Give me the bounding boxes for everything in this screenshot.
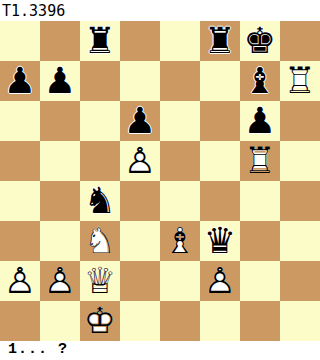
square-f8[interactable]: ♜ [200,21,240,61]
white-bishop[interactable]: ♝♗ [160,221,200,261]
square-c3[interactable]: ♞♘ [80,221,120,261]
white-pawn[interactable]: ♟♙ [200,261,240,301]
square-a5[interactable] [0,141,40,181]
black-queen[interactable]: ♛ [200,221,240,261]
square-b7[interactable]: ♟ [40,61,80,101]
square-e5[interactable] [160,141,200,181]
square-c8[interactable]: ♜ [80,21,120,61]
square-d8[interactable] [120,21,160,61]
square-a1[interactable] [0,301,40,341]
square-g4[interactable] [240,181,280,221]
square-b6[interactable] [40,101,80,141]
square-h7[interactable]: ♜♖ [280,61,320,101]
square-b8[interactable] [40,21,80,61]
square-f2[interactable]: ♟♙ [200,261,240,301]
square-c1[interactable]: ♚♔ [80,301,120,341]
square-b1[interactable] [40,301,80,341]
square-a8[interactable] [0,21,40,61]
square-a4[interactable] [0,181,40,221]
puzzle-title: T1.3396 [0,0,320,21]
black-king[interactable]: ♚ [240,21,280,61]
move-prompt: 1... ? [0,341,320,359]
square-g6[interactable]: ♟ [240,101,280,141]
square-d4[interactable] [120,181,160,221]
white-king[interactable]: ♚♔ [80,301,120,341]
square-d3[interactable] [120,221,160,261]
square-d6[interactable]: ♟ [120,101,160,141]
square-e7[interactable] [160,61,200,101]
square-c7[interactable] [80,61,120,101]
white-pawn[interactable]: ♟♙ [0,261,40,301]
white-knight[interactable]: ♞♘ [80,221,120,261]
square-h6[interactable] [280,101,320,141]
square-a2[interactable]: ♟♙ [0,261,40,301]
puzzle-window: T1.3396 ♜♜♚♟♟♝♜♖♟♟♟♙♜♖♞♞♘♝♗♛♟♙♟♙♛♕♟♙♚♔ 1… [0,0,320,360]
white-pawn[interactable]: ♟♙ [120,141,160,181]
square-h5[interactable] [280,141,320,181]
square-b2[interactable]: ♟♙ [40,261,80,301]
square-d7[interactable] [120,61,160,101]
white-rook[interactable]: ♜♖ [280,61,320,101]
black-rook[interactable]: ♜ [200,21,240,61]
chess-board: ♜♜♚♟♟♝♜♖♟♟♟♙♜♖♞♞♘♝♗♛♟♙♟♙♛♕♟♙♚♔ [0,21,320,341]
black-bishop[interactable]: ♝ [240,61,280,101]
square-c6[interactable] [80,101,120,141]
square-g8[interactable]: ♚ [240,21,280,61]
black-pawn[interactable]: ♟ [120,101,160,141]
square-h4[interactable] [280,181,320,221]
black-rook[interactable]: ♜ [80,21,120,61]
square-f7[interactable] [200,61,240,101]
square-b5[interactable] [40,141,80,181]
square-d1[interactable] [120,301,160,341]
square-d2[interactable] [120,261,160,301]
square-g3[interactable] [240,221,280,261]
square-c2[interactable]: ♛♕ [80,261,120,301]
square-f3[interactable]: ♛ [200,221,240,261]
square-e1[interactable] [160,301,200,341]
square-e8[interactable] [160,21,200,61]
square-f5[interactable] [200,141,240,181]
square-f6[interactable] [200,101,240,141]
square-a3[interactable] [0,221,40,261]
square-a7[interactable]: ♟ [0,61,40,101]
white-rook[interactable]: ♜♖ [240,141,280,181]
black-pawn[interactable]: ♟ [0,61,40,101]
white-queen[interactable]: ♛♕ [80,261,120,301]
square-c4[interactable]: ♞ [80,181,120,221]
black-pawn[interactable]: ♟ [240,101,280,141]
square-h8[interactable] [280,21,320,61]
square-b3[interactable] [40,221,80,261]
square-h3[interactable] [280,221,320,261]
square-g7[interactable]: ♝ [240,61,280,101]
square-g5[interactable]: ♜♖ [240,141,280,181]
black-pawn[interactable]: ♟ [40,61,80,101]
square-e6[interactable] [160,101,200,141]
square-e3[interactable]: ♝♗ [160,221,200,261]
square-b4[interactable] [40,181,80,221]
square-e4[interactable] [160,181,200,221]
square-e2[interactable] [160,261,200,301]
square-g1[interactable] [240,301,280,341]
square-d5[interactable]: ♟♙ [120,141,160,181]
square-a6[interactable] [0,101,40,141]
square-h1[interactable] [280,301,320,341]
square-f1[interactable] [200,301,240,341]
black-knight[interactable]: ♞ [80,181,120,221]
white-pawn[interactable]: ♟♙ [40,261,80,301]
square-c5[interactable] [80,141,120,181]
square-f4[interactable] [200,181,240,221]
square-h2[interactable] [280,261,320,301]
square-g2[interactable] [240,261,280,301]
